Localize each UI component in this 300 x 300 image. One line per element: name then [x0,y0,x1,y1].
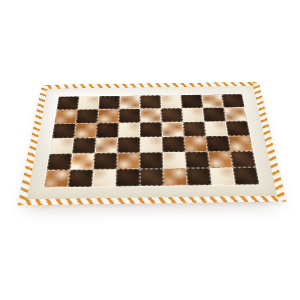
hide-patch-r1c1 [57,96,80,109]
hide-patch-r1c7 [181,95,203,108]
hide-patch-r3c6 [162,122,184,137]
hide-patch-r3c1 [52,123,76,138]
hide-patch-r6c1 [44,170,70,188]
hide-patch-r6c9 [233,167,260,185]
hide-patch-r2c2 [76,109,99,123]
hide-patch-r4c3 [95,137,118,153]
checkerboard [44,94,259,187]
hide-patch-r2c8 [203,108,226,122]
hide-patch-r3c8 [204,121,228,136]
hide-patch-r1c3 [98,96,119,109]
white-fur-border [27,86,277,199]
hide-patch-r4c9 [228,136,253,152]
hide-patch-r5c2 [70,153,95,170]
hide-patch-r4c1 [49,138,74,154]
hide-patch-r6c7 [186,168,211,186]
hide-patch-r6c4 [116,169,140,187]
hide-patch-r3c5 [140,122,162,137]
hide-patch-r6c6 [163,168,188,186]
hide-patch-r2c6 [161,108,183,122]
hide-patch-r4c2 [72,138,96,154]
hide-patch-r4c5 [140,137,163,153]
hide-patch-r2c9 [224,107,248,121]
hide-patch-r3c2 [74,123,97,138]
hide-patch-r1c8 [201,94,223,107]
hide-patch-r5c1 [47,154,72,171]
hide-patch-r1c4 [119,95,140,108]
hide-patch-r3c9 [226,121,250,136]
hide-patch-r5c8 [208,151,233,168]
hide-patch-r3c4 [118,123,140,138]
hide-patch-r3c3 [96,123,119,138]
hide-patch-r4c4 [117,137,140,153]
hide-patch-r4c8 [206,136,230,152]
rug-perspective-wrapper [30,48,272,225]
hide-patch-r3c7 [183,122,206,137]
hide-patch-r5c4 [117,153,140,170]
hide-patch-r4c6 [162,137,185,153]
hide-patch-r6c5 [140,169,164,187]
hide-patch-r5c6 [163,152,187,169]
cowhide-patchwork-rug [18,82,286,205]
hide-patch-r2c7 [182,108,204,122]
hide-patch-r5c3 [93,153,117,170]
hide-patch-r5c5 [140,152,163,169]
hide-patch-r6c2 [68,170,93,188]
product-photo-scene [0,0,300,300]
hide-patch-r5c7 [185,152,209,169]
hide-patch-r6c8 [210,168,236,186]
hide-patch-r2c5 [140,108,161,122]
hide-patch-r1c5 [140,95,161,108]
hide-patch-r6c3 [92,169,117,187]
hide-patch-r5c9 [230,151,256,168]
hide-patch-r4c7 [184,136,208,152]
hide-patch-r2c3 [97,109,119,123]
hide-patch-r2c4 [119,109,141,123]
hide-patch-r1c9 [222,94,245,107]
hide-patch-r2c1 [54,110,77,124]
hide-patch-r1c2 [78,96,100,109]
hide-patch-r1c6 [161,95,182,108]
